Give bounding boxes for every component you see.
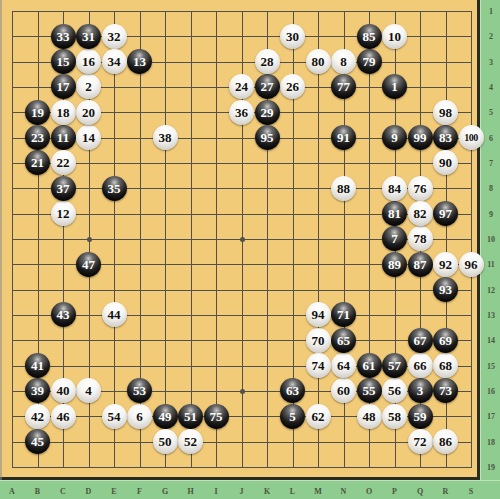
stone-black-51[interactable]: 51 [178, 404, 203, 429]
row-label-6: 6 [489, 133, 493, 142]
column-label-S: S [469, 487, 473, 496]
stone-white-20[interactable]: 20 [76, 100, 101, 125]
move-number: 84 [388, 182, 401, 195]
stone-white-94[interactable]: 94 [306, 302, 331, 327]
row-label-4: 4 [489, 82, 493, 91]
move-number: 9 [391, 131, 398, 144]
move-number: 11 [57, 131, 69, 144]
column-label-D: D [86, 487, 92, 496]
stone-white-22[interactable]: 22 [51, 150, 76, 175]
stone-black-33[interactable]: 33 [51, 24, 76, 49]
move-number: 73 [439, 384, 452, 397]
stone-black-87[interactable]: 87 [408, 252, 433, 277]
stone-white-88[interactable]: 88 [331, 176, 356, 201]
move-number: 79 [363, 55, 376, 68]
stone-black-95[interactable]: 95 [255, 125, 280, 150]
move-number: 91 [337, 131, 350, 144]
move-number: 32 [108, 30, 121, 43]
move-number: 46 [57, 410, 70, 423]
stone-white-10[interactable]: 10 [382, 24, 407, 49]
stone-white-4[interactable]: 4 [76, 378, 101, 403]
stone-black-85[interactable]: 85 [357, 24, 382, 49]
move-number: 37 [57, 182, 70, 195]
column-label-R: R [443, 487, 449, 496]
stone-black-47[interactable]: 47 [76, 252, 101, 277]
move-number: 86 [439, 435, 452, 448]
stone-black-77[interactable]: 77 [331, 74, 356, 99]
move-number: 20 [82, 106, 95, 119]
move-number: 98 [439, 106, 452, 119]
stone-white-12[interactable]: 12 [51, 201, 76, 226]
column-label-P: P [392, 487, 397, 496]
row-label-13: 13 [487, 310, 495, 319]
move-number: 54 [108, 410, 121, 423]
stone-black-79[interactable]: 79 [357, 49, 382, 74]
stone-white-72[interactable]: 72 [408, 429, 433, 454]
stone-black-59[interactable]: 59 [408, 404, 433, 429]
stone-white-98[interactable]: 98 [433, 100, 458, 125]
stone-black-29[interactable]: 29 [255, 100, 280, 125]
stone-white-100[interactable]: 100 [459, 125, 484, 150]
stone-white-6[interactable]: 6 [127, 404, 152, 429]
stone-white-48[interactable]: 48 [357, 404, 382, 429]
stone-white-64[interactable]: 64 [331, 353, 356, 378]
move-number: 2 [85, 80, 92, 93]
stone-black-61[interactable]: 61 [357, 353, 382, 378]
move-number: 26 [286, 80, 299, 93]
move-number: 69 [439, 334, 452, 347]
stone-white-52[interactable]: 52 [178, 429, 203, 454]
stone-white-2[interactable]: 2 [76, 74, 101, 99]
move-number: 82 [414, 207, 427, 220]
left-edge-shadow [0, 0, 2, 480]
move-number: 58 [388, 410, 401, 423]
move-number: 14 [82, 131, 95, 144]
stone-white-8[interactable]: 8 [331, 49, 356, 74]
column-label-O: O [366, 487, 372, 496]
stone-black-73[interactable]: 73 [433, 378, 458, 403]
stone-black-81[interactable]: 81 [382, 201, 407, 226]
move-number: 24 [235, 80, 248, 93]
move-number: 77 [337, 80, 350, 93]
stone-black-3[interactable]: 3 [408, 378, 433, 403]
column-label-F: F [137, 487, 142, 496]
stone-black-99[interactable]: 99 [408, 125, 433, 150]
stone-white-30[interactable]: 30 [280, 24, 305, 49]
move-number: 100 [464, 133, 478, 143]
row-label-5: 5 [489, 108, 493, 117]
stone-white-62[interactable]: 62 [306, 404, 331, 429]
stone-black-69[interactable]: 69 [433, 328, 458, 353]
stone-white-90[interactable]: 90 [433, 150, 458, 175]
move-number: 45 [31, 435, 44, 448]
stone-white-74[interactable]: 74 [306, 353, 331, 378]
row-label-15: 15 [487, 361, 495, 370]
move-number: 19 [31, 106, 44, 119]
row-label-18: 18 [487, 437, 495, 446]
row-label-19: 19 [487, 462, 495, 471]
stone-white-40[interactable]: 40 [51, 378, 76, 403]
move-number: 42 [31, 410, 44, 423]
move-number: 43 [57, 308, 70, 321]
go-board[interactable]: 1234567891011121314151617181920212223242… [0, 0, 480, 480]
column-label-H: H [187, 487, 193, 496]
stone-black-41[interactable]: 41 [25, 353, 50, 378]
move-number: 88 [337, 182, 350, 195]
row-coordinate-strip: 12345678910111213141516171819 [480, 0, 500, 499]
stone-black-31[interactable]: 31 [76, 24, 101, 49]
stone-white-50[interactable]: 50 [153, 429, 178, 454]
column-label-A: A [9, 487, 15, 496]
row-label-2: 2 [489, 32, 493, 41]
move-number: 39 [31, 384, 44, 397]
move-number: 83 [439, 131, 452, 144]
move-number: 66 [414, 359, 427, 372]
move-number: 49 [159, 410, 172, 423]
stone-white-58[interactable]: 58 [382, 404, 407, 429]
move-number: 70 [312, 334, 325, 347]
move-number: 29 [261, 106, 274, 119]
move-number: 44 [108, 308, 121, 321]
stone-black-53[interactable]: 53 [127, 378, 152, 403]
move-number: 94 [312, 308, 325, 321]
move-number: 67 [414, 334, 427, 347]
move-number: 15 [57, 55, 70, 68]
move-number: 22 [57, 156, 70, 169]
stone-black-83[interactable]: 83 [433, 125, 458, 150]
go-game-diagram: 1234567891011121314151617181920212223242… [0, 0, 500, 499]
stone-white-14[interactable]: 14 [76, 125, 101, 150]
column-label-J: J [240, 487, 244, 496]
move-number: 62 [312, 410, 325, 423]
stone-black-7[interactable]: 7 [382, 226, 407, 251]
stone-white-46[interactable]: 46 [51, 404, 76, 429]
move-number: 16 [82, 55, 95, 68]
stone-black-37[interactable]: 37 [51, 176, 76, 201]
move-number: 65 [337, 334, 350, 347]
move-number: 75 [210, 410, 223, 423]
stone-black-35[interactable]: 35 [102, 176, 127, 201]
stone-black-15[interactable]: 15 [51, 49, 76, 74]
stone-black-57[interactable]: 57 [382, 353, 407, 378]
move-number: 53 [133, 384, 146, 397]
move-number: 12 [57, 207, 70, 220]
move-number: 31 [82, 30, 95, 43]
move-number: 95 [261, 131, 274, 144]
move-number: 59 [414, 410, 427, 423]
stone-black-93[interactable]: 93 [433, 277, 458, 302]
stone-white-78[interactable]: 78 [408, 226, 433, 251]
column-label-Q: Q [417, 487, 423, 496]
move-number: 40 [57, 384, 70, 397]
stone-white-96[interactable]: 96 [459, 252, 484, 277]
row-label-8: 8 [489, 184, 493, 193]
move-number: 78 [414, 232, 427, 245]
move-number: 48 [363, 410, 376, 423]
move-number: 80 [312, 55, 325, 68]
stone-black-19[interactable]: 19 [25, 100, 50, 125]
column-label-C: C [60, 487, 66, 496]
row-label-17: 17 [487, 412, 495, 421]
stone-white-28[interactable]: 28 [255, 49, 280, 74]
column-label-B: B [35, 487, 40, 496]
stone-white-86[interactable]: 86 [433, 429, 458, 454]
move-number: 27 [261, 80, 274, 93]
move-number: 34 [108, 55, 121, 68]
stone-white-76[interactable]: 76 [408, 176, 433, 201]
move-number: 51 [184, 410, 197, 423]
move-number: 38 [159, 131, 172, 144]
stone-white-44[interactable]: 44 [102, 302, 127, 327]
move-number: 61 [363, 359, 376, 372]
stone-black-17[interactable]: 17 [51, 74, 76, 99]
stone-white-68[interactable]: 68 [433, 353, 458, 378]
move-number: 68 [439, 359, 452, 372]
move-number: 60 [337, 384, 350, 397]
move-number: 47 [82, 258, 95, 271]
move-number: 85 [363, 30, 376, 43]
stone-black-45[interactable]: 45 [25, 429, 50, 454]
stone-black-75[interactable]: 75 [204, 404, 229, 429]
stone-black-49[interactable]: 49 [153, 404, 178, 429]
move-number: 21 [31, 156, 44, 169]
row-label-11: 11 [487, 260, 495, 269]
move-number: 10 [388, 30, 401, 43]
stone-black-23[interactable]: 23 [25, 125, 50, 150]
move-number: 72 [414, 435, 427, 448]
move-number: 87 [414, 258, 427, 271]
move-number: 3 [417, 384, 424, 397]
row-label-3: 3 [489, 57, 493, 66]
stone-black-43[interactable]: 43 [51, 302, 76, 327]
column-label-G: G [162, 487, 168, 496]
move-number: 35 [108, 182, 121, 195]
stone-white-82[interactable]: 82 [408, 201, 433, 226]
move-number: 56 [388, 384, 401, 397]
stone-black-9[interactable]: 9 [382, 125, 407, 150]
stone-white-34[interactable]: 34 [102, 49, 127, 74]
stone-white-38[interactable]: 38 [153, 125, 178, 150]
stone-white-66[interactable]: 66 [408, 353, 433, 378]
stone-black-13[interactable]: 13 [127, 49, 152, 74]
stone-black-91[interactable]: 91 [331, 125, 356, 150]
stone-white-80[interactable]: 80 [306, 49, 331, 74]
move-number: 8 [340, 55, 347, 68]
move-number: 96 [465, 258, 478, 271]
move-number: 18 [57, 106, 70, 119]
move-number: 90 [439, 156, 452, 169]
move-number: 4 [85, 384, 92, 397]
stone-black-27[interactable]: 27 [255, 74, 280, 99]
stone-black-63[interactable]: 63 [280, 378, 305, 403]
move-number: 57 [388, 359, 401, 372]
move-number: 17 [57, 80, 70, 93]
stone-black-65[interactable]: 65 [331, 328, 356, 353]
move-number: 50 [159, 435, 172, 448]
row-label-10: 10 [487, 234, 495, 243]
stones-layer: 1234567891011121314151617181920212223242… [0, 0, 484, 480]
row-label-14: 14 [487, 336, 495, 345]
row-label-16: 16 [487, 386, 495, 395]
stone-white-54[interactable]: 54 [102, 404, 127, 429]
stone-black-71[interactable]: 71 [331, 302, 356, 327]
move-number: 76 [414, 182, 427, 195]
stone-white-24[interactable]: 24 [229, 74, 254, 99]
stone-black-21[interactable]: 21 [25, 150, 50, 175]
row-label-1: 1 [489, 7, 493, 16]
column-label-M: M [314, 487, 322, 496]
stone-white-56[interactable]: 56 [382, 378, 407, 403]
move-number: 89 [388, 258, 401, 271]
stone-white-70[interactable]: 70 [306, 328, 331, 353]
move-number: 99 [414, 131, 427, 144]
stone-black-89[interactable]: 89 [382, 252, 407, 277]
move-number: 64 [337, 359, 350, 372]
move-number: 13 [133, 55, 146, 68]
row-label-12: 12 [487, 285, 495, 294]
move-number: 7 [391, 232, 398, 245]
column-label-K: K [264, 487, 270, 496]
move-number: 6 [136, 410, 143, 423]
move-number: 5 [289, 410, 296, 423]
row-label-9: 9 [489, 209, 493, 218]
move-number: 55 [363, 384, 376, 397]
stone-black-39[interactable]: 39 [25, 378, 50, 403]
move-number: 63 [286, 384, 299, 397]
move-number: 93 [439, 283, 452, 296]
stone-white-84[interactable]: 84 [382, 176, 407, 201]
move-number: 33 [57, 30, 70, 43]
stone-white-18[interactable]: 18 [51, 100, 76, 125]
stone-black-11[interactable]: 11 [51, 125, 76, 150]
stone-white-16[interactable]: 16 [76, 49, 101, 74]
move-number: 23 [31, 131, 44, 144]
stone-black-5[interactable]: 5 [280, 404, 305, 429]
stone-black-97[interactable]: 97 [433, 201, 458, 226]
move-number: 81 [388, 207, 401, 220]
move-number: 28 [261, 55, 274, 68]
move-number: 1 [391, 80, 398, 93]
move-number: 36 [235, 106, 248, 119]
move-number: 74 [312, 359, 325, 372]
column-label-E: E [111, 487, 116, 496]
column-label-N: N [341, 487, 347, 496]
stone-black-55[interactable]: 55 [357, 378, 382, 403]
move-number: 52 [184, 435, 197, 448]
move-number: 30 [286, 30, 299, 43]
column-label-L: L [290, 487, 295, 496]
move-number: 97 [439, 207, 452, 220]
move-number: 41 [31, 359, 44, 372]
stone-white-32[interactable]: 32 [102, 24, 127, 49]
stone-white-42[interactable]: 42 [25, 404, 50, 429]
row-label-7: 7 [489, 158, 493, 167]
column-label-I: I [214, 487, 217, 496]
move-number: 92 [439, 258, 452, 271]
stone-black-67[interactable]: 67 [408, 328, 433, 353]
stone-white-60[interactable]: 60 [331, 378, 356, 403]
stone-black-1[interactable]: 1 [382, 74, 407, 99]
stone-white-92[interactable]: 92 [433, 252, 458, 277]
move-number: 71 [337, 308, 350, 321]
stone-white-36[interactable]: 36 [229, 100, 254, 125]
stone-white-26[interactable]: 26 [280, 74, 305, 99]
column-coordinate-strip: ABCDEFGHIJKLMNOPQRS [0, 480, 500, 499]
